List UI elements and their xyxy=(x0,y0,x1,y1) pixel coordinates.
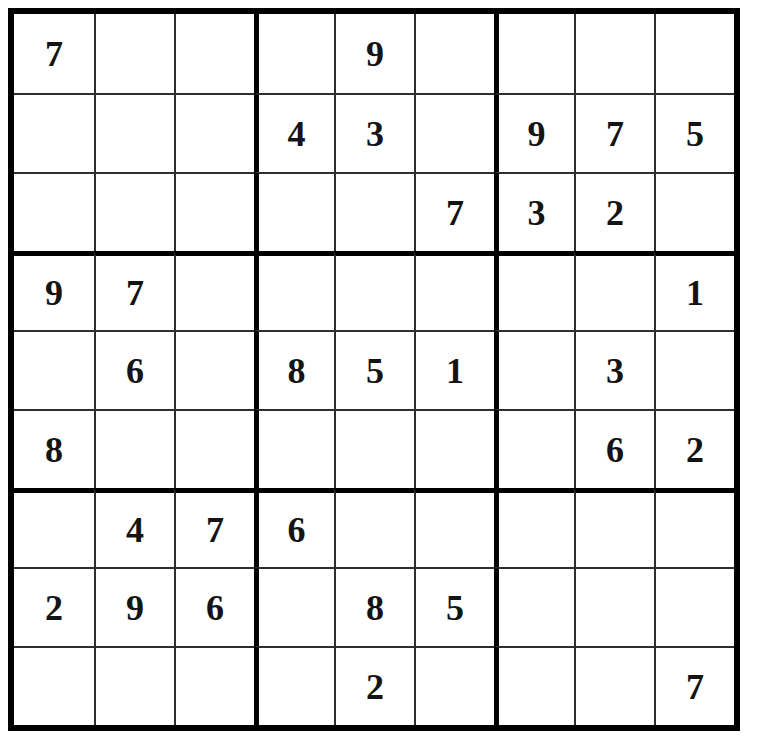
cell-r3c4[interactable] xyxy=(254,172,334,251)
cell-r6c9[interactable]: 2 xyxy=(654,409,734,488)
cell-r4c3[interactable] xyxy=(174,251,254,330)
cell-r4c8[interactable] xyxy=(574,251,654,330)
cell-r7c5[interactable] xyxy=(334,488,414,567)
cell-r6c4[interactable] xyxy=(254,409,334,488)
sudoku-board-wrapper: 7943975732971685138624762968527 xyxy=(8,8,740,731)
cell-r4c5[interactable] xyxy=(334,251,414,330)
cell-r7c6[interactable] xyxy=(414,488,494,567)
cell-r2c1[interactable] xyxy=(14,93,94,172)
cell-r1c5[interactable]: 9 xyxy=(334,14,414,93)
cell-r4c1[interactable]: 9 xyxy=(14,251,94,330)
cell-r2c6[interactable] xyxy=(414,93,494,172)
cell-r7c1[interactable] xyxy=(14,488,94,567)
cell-r2c2[interactable] xyxy=(94,93,174,172)
cell-r6c3[interactable] xyxy=(174,409,254,488)
cell-r7c2[interactable]: 4 xyxy=(94,488,174,567)
cell-r9c4[interactable] xyxy=(254,646,334,725)
cell-r1c8[interactable] xyxy=(574,14,654,93)
cell-r9c7[interactable] xyxy=(494,646,574,725)
cell-r1c7[interactable] xyxy=(494,14,574,93)
cell-r5c1[interactable] xyxy=(14,330,94,409)
cell-r8c1[interactable]: 2 xyxy=(14,567,94,646)
cell-r2c7[interactable]: 9 xyxy=(494,93,574,172)
cell-r2c8[interactable]: 7 xyxy=(574,93,654,172)
cell-r2c9[interactable]: 5 xyxy=(654,93,734,172)
cell-r8c4[interactable] xyxy=(254,567,334,646)
cell-r5c6[interactable]: 1 xyxy=(414,330,494,409)
cell-r9c3[interactable] xyxy=(174,646,254,725)
cell-r2c3[interactable] xyxy=(174,93,254,172)
cell-r7c8[interactable] xyxy=(574,488,654,567)
cell-r4c4[interactable] xyxy=(254,251,334,330)
cell-r9c1[interactable] xyxy=(14,646,94,725)
cell-r6c1[interactable]: 8 xyxy=(14,409,94,488)
cell-r8c6[interactable]: 5 xyxy=(414,567,494,646)
cell-r6c5[interactable] xyxy=(334,409,414,488)
cell-r5c2[interactable]: 6 xyxy=(94,330,174,409)
cell-r4c9[interactable]: 1 xyxy=(654,251,734,330)
cell-r8c8[interactable] xyxy=(574,567,654,646)
cell-r4c2[interactable]: 7 xyxy=(94,251,174,330)
cell-r8c7[interactable] xyxy=(494,567,574,646)
cell-r3c7[interactable]: 3 xyxy=(494,172,574,251)
cell-r3c3[interactable] xyxy=(174,172,254,251)
cell-r4c6[interactable] xyxy=(414,251,494,330)
cell-r9c6[interactable] xyxy=(414,646,494,725)
cell-r8c5[interactable]: 8 xyxy=(334,567,414,646)
cell-r3c5[interactable] xyxy=(334,172,414,251)
cell-r9c2[interactable] xyxy=(94,646,174,725)
cell-r1c9[interactable] xyxy=(654,14,734,93)
cell-r9c5[interactable]: 2 xyxy=(334,646,414,725)
cell-r2c5[interactable]: 3 xyxy=(334,93,414,172)
cell-r7c4[interactable]: 6 xyxy=(254,488,334,567)
cell-r6c2[interactable] xyxy=(94,409,174,488)
cell-r4c7[interactable] xyxy=(494,251,574,330)
cell-r6c7[interactable] xyxy=(494,409,574,488)
sudoku-board: 7943975732971685138624762968527 xyxy=(8,8,740,731)
cell-r3c6[interactable]: 7 xyxy=(414,172,494,251)
cell-r1c6[interactable] xyxy=(414,14,494,93)
cell-r8c3[interactable]: 6 xyxy=(174,567,254,646)
cell-r2c4[interactable]: 4 xyxy=(254,93,334,172)
cell-r3c8[interactable]: 2 xyxy=(574,172,654,251)
cell-r5c9[interactable] xyxy=(654,330,734,409)
cell-r1c2[interactable] xyxy=(94,14,174,93)
cell-r3c2[interactable] xyxy=(94,172,174,251)
cell-r9c9[interactable]: 7 xyxy=(654,646,734,725)
cell-r8c2[interactable]: 9 xyxy=(94,567,174,646)
cell-r3c9[interactable] xyxy=(654,172,734,251)
cell-r5c4[interactable]: 8 xyxy=(254,330,334,409)
cell-r5c8[interactable]: 3 xyxy=(574,330,654,409)
cell-r6c6[interactable] xyxy=(414,409,494,488)
cell-r7c7[interactable] xyxy=(494,488,574,567)
cell-r7c3[interactable]: 7 xyxy=(174,488,254,567)
cell-r1c3[interactable] xyxy=(174,14,254,93)
cell-r7c9[interactable] xyxy=(654,488,734,567)
cell-r1c1[interactable]: 7 xyxy=(14,14,94,93)
cell-r1c4[interactable] xyxy=(254,14,334,93)
cell-r5c5[interactable]: 5 xyxy=(334,330,414,409)
cell-r6c8[interactable]: 6 xyxy=(574,409,654,488)
cell-r9c8[interactable] xyxy=(574,646,654,725)
cell-r5c3[interactable] xyxy=(174,330,254,409)
cell-r8c9[interactable] xyxy=(654,567,734,646)
cell-r5c7[interactable] xyxy=(494,330,574,409)
cell-r3c1[interactable] xyxy=(14,172,94,251)
